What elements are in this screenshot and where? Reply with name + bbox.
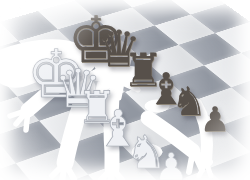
piece-black-pawn: ♟	[200, 102, 230, 136]
piece-white-pawn: ♟	[154, 148, 188, 180]
pieces-layer: ♚♛♜♝♞♟♚♛♜♝♞♟	[0, 0, 250, 180]
scene: ♚♛♜♝♞♟♚♛♜♝♞♟	[0, 0, 250, 180]
